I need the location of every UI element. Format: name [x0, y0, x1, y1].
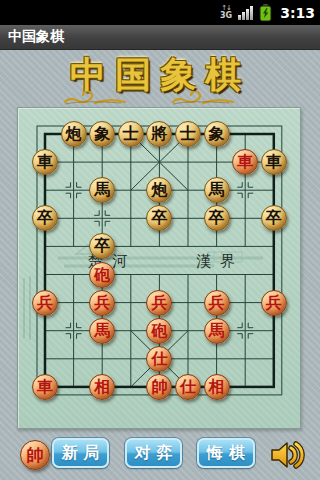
piece-red-兵-f0r6[interactable]: 兵 — [32, 290, 58, 316]
piece-red-相-f6r9[interactable]: 相 — [204, 374, 230, 400]
turn-indicator-red-king: 帥 — [20, 440, 50, 470]
speaker-icon[interactable] — [268, 438, 308, 472]
piece-red-相-f2r9[interactable]: 相 — [89, 374, 115, 400]
title-bar: 中国象棋 — [0, 25, 320, 50]
mobile-data-3g-icon: ↑↓ 3G — [220, 5, 232, 20]
game-banner: 中国象棋 — [0, 51, 320, 107]
undo-button[interactable]: 悔棋 — [197, 438, 255, 468]
piece-red-車-f0r9[interactable]: 車 — [32, 374, 58, 400]
piece-black-馬-f6r2[interactable]: 馬 — [204, 177, 230, 203]
piece-black-士-f3r0[interactable]: 士 — [118, 121, 144, 147]
piece-red-馬-f6r7[interactable]: 馬 — [204, 318, 230, 344]
piece-red-兵-f4r6[interactable]: 兵 — [146, 290, 172, 316]
piece-red-砲-f4r7[interactable]: 砲 — [146, 318, 172, 344]
banner-title: 中国象棋 — [0, 51, 320, 100]
piece-red-兵-f2r6[interactable]: 兵 — [89, 290, 115, 316]
piece-black-卒-f4r3[interactable]: 卒 — [146, 205, 172, 231]
piece-red-仕-f4r8[interactable]: 仕 — [146, 346, 172, 372]
status-bar: ↑↓ 3G 3:13 — [0, 0, 320, 25]
piece-black-象-f2r0[interactable]: 象 — [89, 121, 115, 147]
piece-black-炮-f4r2[interactable]: 炮 — [146, 177, 172, 203]
piece-red-仕-f5r9[interactable]: 仕 — [175, 374, 201, 400]
piece-red-兵-f8r6[interactable]: 兵 — [261, 290, 287, 316]
clock: 3:13 — [280, 5, 315, 21]
xiangqi-board[interactable]: 楚河 漢界 炮象士將士象車車車馬炮馬卒卒卒卒卒砲兵兵兵兵兵馬砲馬仕車相帥仕相 — [17, 107, 301, 429]
piece-red-車-f7r1[interactable]: 車 — [232, 149, 258, 175]
signal-strength-icon — [238, 5, 253, 20]
battery-charging-icon — [259, 4, 272, 22]
piece-black-卒-f6r3[interactable]: 卒 — [204, 205, 230, 231]
piece-red-馬-f2r7[interactable]: 馬 — [89, 318, 115, 344]
piece-red-兵-f6r6[interactable]: 兵 — [204, 290, 230, 316]
pieces-layer: 炮象士將士象車車車馬炮馬卒卒卒卒卒砲兵兵兵兵兵馬砲馬仕車相帥仕相 — [18, 108, 302, 430]
piece-black-將-f4r0[interactable]: 將 — [146, 121, 172, 147]
piece-red-砲-f2r5[interactable]: 砲 — [89, 262, 115, 288]
piece-black-卒-f0r3[interactable]: 卒 — [32, 205, 58, 231]
piece-black-車-f8r1[interactable]: 車 — [261, 149, 287, 175]
piece-black-士-f5r0[interactable]: 士 — [175, 121, 201, 147]
new-game-button[interactable]: 新局 — [52, 438, 109, 468]
piece-black-炮-f1r0[interactable]: 炮 — [61, 121, 87, 147]
piece-black-車-f0r1[interactable]: 車 — [32, 149, 58, 175]
piece-red-帥-f4r9[interactable]: 帥 — [146, 374, 172, 400]
play-button[interactable]: 对弈 — [125, 438, 182, 468]
app-screen: ↑↓ 3G 3:13 中国象棋 中国象棋 — [0, 0, 320, 480]
piece-black-卒-f8r3[interactable]: 卒 — [261, 205, 287, 231]
piece-black-卒-f2r4[interactable]: 卒 — [89, 233, 115, 259]
page-title: 中国象棋 — [0, 28, 64, 46]
piece-black-象-f6r0[interactable]: 象 — [204, 121, 230, 147]
piece-black-馬-f2r2[interactable]: 馬 — [89, 177, 115, 203]
